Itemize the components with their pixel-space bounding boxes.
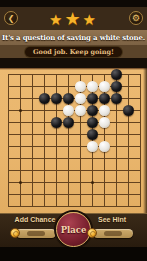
- star-rating: ★★★: [0, 8, 147, 29]
- black-stone: [63, 93, 74, 104]
- go-board[interactable]: [0, 68, 147, 213]
- black-stone: [99, 93, 110, 104]
- star-icon: ★: [64, 8, 82, 29]
- white-stone: [75, 105, 86, 116]
- black-stone: [87, 105, 98, 116]
- grid-line: [8, 182, 141, 183]
- grid-line: [8, 194, 141, 195]
- black-stone: [51, 117, 62, 128]
- add-chance-label: Add Chance: [6, 216, 64, 223]
- grid-line: [32, 74, 33, 207]
- grid-line: [8, 158, 141, 159]
- black-stone: [111, 69, 122, 80]
- white-stone: [99, 141, 110, 152]
- see-hint-button[interactable]: See Hint: [83, 216, 141, 244]
- white-stone: [87, 141, 98, 152]
- black-stone: [63, 117, 74, 128]
- puzzle-prompt-band: It's a question of saving a white stone.: [0, 30, 147, 45]
- white-stone: [99, 117, 110, 128]
- black-stone: [87, 117, 98, 128]
- toast-band: Good job. Keep going!: [0, 45, 147, 58]
- top-bar: ❮ ★★★ ⚙: [0, 7, 147, 30]
- black-stone: [87, 93, 98, 104]
- black-stone: [87, 129, 98, 140]
- grid-line: [8, 74, 9, 207]
- white-stone: [99, 81, 110, 92]
- grid-line: [20, 74, 21, 207]
- black-stone: [111, 81, 122, 92]
- coin-icon: [10, 228, 20, 238]
- grid-line: [8, 206, 141, 207]
- board-top-shadow: [0, 58, 147, 68]
- star-icon: ★: [83, 11, 98, 29]
- star-icon: ★: [49, 11, 64, 29]
- white-stone: [87, 81, 98, 92]
- white-stone: [75, 81, 86, 92]
- black-stone: [39, 93, 50, 104]
- white-stone: [75, 93, 86, 104]
- app-screen: ❮ ★★★ ⚙ It's a question of saving a whit…: [0, 0, 147, 261]
- black-stone: [51, 93, 62, 104]
- settings-button[interactable]: ⚙: [129, 11, 143, 25]
- puzzle-prompt-text: It's a question of saving a white stone.: [2, 33, 145, 42]
- see-hint-label: See Hint: [83, 216, 141, 223]
- toast-message: Good job. Keep going!: [25, 47, 122, 57]
- white-stone: [99, 105, 110, 116]
- grid-line: [8, 134, 141, 135]
- grid-line: [140, 74, 141, 207]
- hoshi-point: [19, 181, 22, 184]
- grid-line: [128, 74, 129, 207]
- grid-line: [8, 170, 141, 171]
- bottom-nav-strip: [0, 247, 147, 261]
- black-stone: [111, 93, 122, 104]
- grid-line: [8, 146, 141, 147]
- hoshi-point: [19, 109, 22, 112]
- hoshi-point: [91, 181, 94, 184]
- coin-icon: [87, 228, 97, 238]
- black-stone: [123, 105, 134, 116]
- add-chance-pill: [16, 229, 56, 238]
- white-stone: [63, 105, 74, 116]
- grid-line: [8, 122, 141, 123]
- see-hint-pill: [93, 229, 133, 238]
- status-bar: [0, 0, 147, 7]
